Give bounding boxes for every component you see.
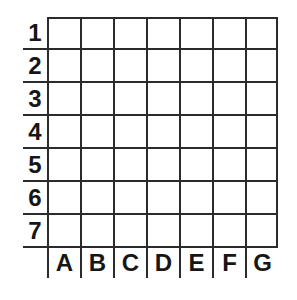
- grid-cell[interactable]: [179, 17, 212, 50]
- grid-cell[interactable]: [80, 50, 113, 83]
- grid-cell[interactable]: [146, 116, 179, 149]
- grid-cell[interactable]: [146, 215, 179, 248]
- grid-cell[interactable]: [113, 83, 146, 116]
- grid-cell[interactable]: [245, 50, 278, 83]
- col-label-G: G: [245, 248, 278, 278]
- corner-spacer: [23, 248, 47, 278]
- grid-cell[interactable]: [80, 116, 113, 149]
- grid-cell[interactable]: [113, 50, 146, 83]
- grid-cell[interactable]: [47, 182, 80, 215]
- grid-cell[interactable]: [146, 83, 179, 116]
- col-label-B: B: [80, 248, 113, 278]
- row-label-5: 5: [23, 149, 47, 182]
- grid-cell[interactable]: [212, 182, 245, 215]
- grid-cell[interactable]: [179, 215, 212, 248]
- grid-cell[interactable]: [179, 50, 212, 83]
- coordinate-grid-board: 1234567ABCDEFG: [23, 17, 278, 278]
- row-label-7: 7: [23, 215, 47, 248]
- grid-cell[interactable]: [245, 182, 278, 215]
- grid-cell[interactable]: [146, 50, 179, 83]
- grid-cell[interactable]: [80, 215, 113, 248]
- grid-cell[interactable]: [113, 182, 146, 215]
- grid-cell[interactable]: [212, 116, 245, 149]
- grid-cell[interactable]: [47, 116, 80, 149]
- col-label-C: C: [113, 248, 146, 278]
- row-label-3: 3: [23, 83, 47, 116]
- row-label-6: 6: [23, 182, 47, 215]
- grid-cell[interactable]: [245, 149, 278, 182]
- grid-cell[interactable]: [245, 83, 278, 116]
- grid-cell[interactable]: [146, 17, 179, 50]
- grid-cell[interactable]: [245, 215, 278, 248]
- grid-cell[interactable]: [113, 17, 146, 50]
- grid-cell[interactable]: [80, 149, 113, 182]
- grid-cell[interactable]: [179, 149, 212, 182]
- grid-cell[interactable]: [179, 116, 212, 149]
- row-label-4: 4: [23, 116, 47, 149]
- grid-cell[interactable]: [113, 116, 146, 149]
- grid-cell[interactable]: [212, 215, 245, 248]
- worksheet-page: 1234567ABCDEFG: [0, 0, 297, 300]
- grid-cell[interactable]: [80, 17, 113, 50]
- row-label-1: 1: [23, 17, 47, 50]
- grid-cell[interactable]: [179, 182, 212, 215]
- grid-cell[interactable]: [80, 83, 113, 116]
- grid-cell[interactable]: [179, 83, 212, 116]
- row-label-2: 2: [23, 50, 47, 83]
- grid-cell[interactable]: [146, 182, 179, 215]
- grid-cell[interactable]: [212, 17, 245, 50]
- grid-cell[interactable]: [212, 149, 245, 182]
- grid-cell[interactable]: [47, 17, 80, 50]
- grid-cell[interactable]: [47, 215, 80, 248]
- grid-cell[interactable]: [113, 149, 146, 182]
- grid-cell[interactable]: [146, 149, 179, 182]
- col-label-A: A: [47, 248, 80, 278]
- grid-cell[interactable]: [47, 50, 80, 83]
- col-label-F: F: [212, 248, 245, 278]
- grid-cell[interactable]: [245, 116, 278, 149]
- col-label-E: E: [179, 248, 212, 278]
- grid-cell[interactable]: [47, 149, 80, 182]
- grid-cell[interactable]: [113, 215, 146, 248]
- grid-cell[interactable]: [80, 182, 113, 215]
- grid-cell[interactable]: [245, 17, 278, 50]
- col-label-D: D: [146, 248, 179, 278]
- grid-cell[interactable]: [212, 83, 245, 116]
- grid-cell[interactable]: [212, 50, 245, 83]
- grid-cell[interactable]: [47, 83, 80, 116]
